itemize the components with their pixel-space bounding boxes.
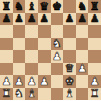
square-c2[interactable]: ♟ (25, 75, 38, 88)
square-c7[interactable]: ♟ (25, 13, 38, 26)
white-pawn-icon: ♟ (90, 75, 100, 86)
black-pawn-icon: ♟ (77, 13, 87, 24)
white-rook-icon: ♜ (90, 88, 100, 99)
square-f3[interactable]: ♛ (63, 63, 76, 76)
black-knight-icon: ♞ (14, 0, 24, 11)
square-f5[interactable] (63, 38, 76, 51)
black-pawn-icon: ♟ (39, 13, 49, 24)
square-f2[interactable]: ♚ (63, 75, 76, 88)
square-f6[interactable] (63, 25, 76, 38)
square-h2[interactable]: ♟ (88, 75, 101, 88)
square-a2[interactable]: ♟ (0, 75, 13, 88)
square-e8[interactable]: ♚ (51, 0, 64, 13)
square-g7[interactable]: ♟ (76, 13, 89, 26)
square-e3[interactable] (51, 63, 64, 76)
square-a3[interactable] (0, 63, 13, 76)
square-b4[interactable] (13, 50, 26, 63)
white-pawn-icon: ♟ (77, 63, 87, 74)
square-c6[interactable] (25, 25, 38, 38)
black-pawn-icon: ♟ (90, 13, 100, 24)
white-bishop-icon: ♝ (27, 88, 37, 99)
black-rook-icon: ♜ (90, 0, 100, 11)
white-pawn-icon: ♟ (14, 75, 24, 86)
square-d7[interactable]: ♟ (38, 13, 51, 26)
square-h7[interactable]: ♟ (88, 13, 101, 26)
square-h3[interactable] (88, 63, 101, 76)
square-g3[interactable]: ♟ (76, 63, 89, 76)
square-e2[interactable] (51, 75, 64, 88)
square-b2[interactable]: ♟ (13, 75, 26, 88)
square-h8[interactable]: ♜ (88, 0, 101, 13)
black-bishop-icon: ♝ (27, 0, 37, 11)
chess-board: ♜♞♝♛♚♞♜♟♟♟♟♟♟♟♞♟♛♟♟♟♟♟♚♟♜♞♝♝♜ (0, 0, 101, 100)
square-a4[interactable] (0, 50, 13, 63)
square-a5[interactable] (0, 38, 13, 51)
square-d5[interactable] (38, 38, 51, 51)
square-e4[interactable]: ♟ (51, 50, 64, 63)
white-king-icon: ♚ (65, 75, 75, 86)
square-f8[interactable] (63, 0, 76, 13)
square-a8[interactable]: ♜ (0, 0, 13, 13)
square-a6[interactable] (0, 25, 13, 38)
white-pawn-icon: ♟ (52, 50, 62, 61)
square-d1[interactable] (38, 88, 51, 101)
black-rook-icon: ♜ (1, 0, 11, 11)
square-e1[interactable] (51, 88, 64, 101)
square-f4[interactable] (63, 50, 76, 63)
square-c8[interactable]: ♝ (25, 0, 38, 13)
square-e7[interactable] (51, 13, 64, 26)
square-c3[interactable] (25, 63, 38, 76)
white-knight-icon: ♞ (52, 38, 62, 49)
square-g2[interactable] (76, 75, 89, 88)
white-pawn-icon: ♟ (1, 75, 11, 86)
square-d3[interactable] (38, 63, 51, 76)
square-d6[interactable] (38, 25, 51, 38)
square-d4[interactable] (38, 50, 51, 63)
square-b6[interactable] (13, 25, 26, 38)
white-knight-icon: ♞ (14, 88, 24, 99)
square-f7[interactable]: ♟ (63, 13, 76, 26)
black-pawn-icon: ♟ (14, 13, 24, 24)
square-h5[interactable] (88, 38, 101, 51)
square-g8[interactable]: ♞ (76, 0, 89, 13)
square-b1[interactable]: ♞ (13, 88, 26, 101)
square-h6[interactable] (88, 25, 101, 38)
square-b7[interactable]: ♟ (13, 13, 26, 26)
square-a7[interactable]: ♟ (0, 13, 13, 26)
white-bishop-icon: ♝ (65, 88, 75, 99)
black-knight-icon: ♞ (77, 0, 87, 11)
square-e5[interactable]: ♞ (51, 38, 64, 51)
black-pawn-icon: ♟ (1, 13, 11, 24)
square-b3[interactable] (13, 63, 26, 76)
black-pawn-icon: ♟ (27, 13, 37, 24)
black-queen-icon: ♛ (39, 0, 49, 11)
square-h4[interactable] (88, 50, 101, 63)
square-g5[interactable] (76, 38, 89, 51)
square-d2[interactable]: ♟ (38, 75, 51, 88)
square-a1[interactable]: ♜ (0, 88, 13, 101)
square-h1[interactable]: ♜ (88, 88, 101, 101)
square-c1[interactable]: ♝ (25, 88, 38, 101)
square-g1[interactable] (76, 88, 89, 101)
square-e6[interactable] (51, 25, 64, 38)
white-pawn-icon: ♟ (27, 75, 37, 86)
black-pawn-icon: ♟ (65, 13, 75, 24)
black-king-icon: ♚ (52, 0, 62, 11)
square-b5[interactable] (13, 38, 26, 51)
white-pawn-icon: ♟ (39, 75, 49, 86)
square-g4[interactable] (76, 50, 89, 63)
square-d8[interactable]: ♛ (38, 0, 51, 13)
square-f1[interactable]: ♝ (63, 88, 76, 101)
square-b8[interactable]: ♞ (13, 0, 26, 13)
square-c5[interactable] (25, 38, 38, 51)
square-c4[interactable] (25, 50, 38, 63)
white-rook-icon: ♜ (1, 88, 11, 99)
square-g6[interactable] (76, 25, 89, 38)
white-queen-icon: ♛ (65, 63, 75, 74)
